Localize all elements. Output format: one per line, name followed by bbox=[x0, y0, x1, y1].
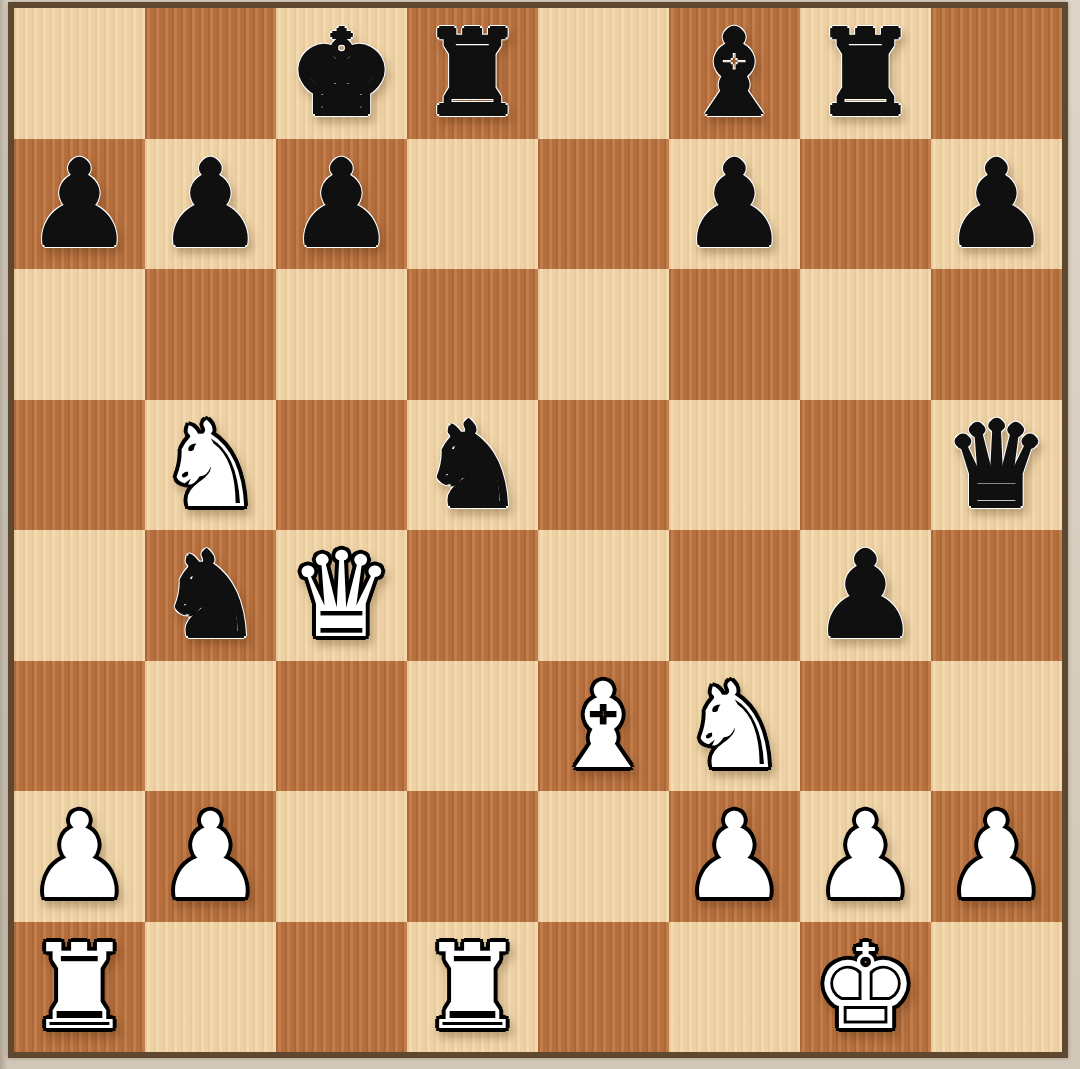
square-a5[interactable] bbox=[14, 400, 145, 531]
square-a6[interactable] bbox=[14, 269, 145, 400]
square-h5[interactable]: ♛♛ bbox=[931, 400, 1062, 531]
square-f3[interactable]: ♞♞ bbox=[669, 661, 800, 792]
white-pawn[interactable]: ♟♟ bbox=[800, 791, 931, 922]
piece-glyph-fill: ♚ bbox=[276, 8, 407, 139]
piece-glyph-fill: ♛ bbox=[931, 400, 1062, 531]
black-knight[interactable]: ♞♞ bbox=[407, 400, 538, 531]
square-a8[interactable] bbox=[14, 8, 145, 139]
square-d7[interactable] bbox=[407, 139, 538, 270]
piece-glyph-fill: ♜ bbox=[14, 922, 145, 1053]
square-h2[interactable]: ♟♟ bbox=[931, 791, 1062, 922]
square-h3[interactable] bbox=[931, 661, 1062, 792]
piece-glyph-fill: ♜ bbox=[407, 8, 538, 139]
black-bishop[interactable]: ♝♝ bbox=[669, 8, 800, 139]
black-king[interactable]: ♚♚ bbox=[276, 8, 407, 139]
board-frame: ♚♚♜♜♝♝♜♜♟♟♟♟♟♟♟♟♟♟♞♞♞♞♛♛♞♞♛♛♟♟♝♝♞♞♟♟♟♟♟♟… bbox=[8, 2, 1068, 1058]
square-e5[interactable] bbox=[538, 400, 669, 531]
white-rook[interactable]: ♜♜ bbox=[407, 922, 538, 1053]
piece-glyph-fill: ♜ bbox=[800, 8, 931, 139]
square-c6[interactable] bbox=[276, 269, 407, 400]
piece-glyph-fill: ♟ bbox=[800, 791, 931, 922]
square-c1[interactable] bbox=[276, 922, 407, 1053]
square-d6[interactable] bbox=[407, 269, 538, 400]
white-queen[interactable]: ♛♛ bbox=[276, 530, 407, 661]
square-a4[interactable] bbox=[14, 530, 145, 661]
square-c4[interactable]: ♛♛ bbox=[276, 530, 407, 661]
square-g1[interactable]: ♚♚ bbox=[800, 922, 931, 1053]
square-f7[interactable]: ♟♟ bbox=[669, 139, 800, 270]
square-d2[interactable] bbox=[407, 791, 538, 922]
square-c8[interactable]: ♚♚ bbox=[276, 8, 407, 139]
square-g3[interactable] bbox=[800, 661, 931, 792]
square-c3[interactable] bbox=[276, 661, 407, 792]
black-rook[interactable]: ♜♜ bbox=[407, 8, 538, 139]
chess-board[interactable]: ♚♚♜♜♝♝♜♜♟♟♟♟♟♟♟♟♟♟♞♞♞♞♛♛♞♞♛♛♟♟♝♝♞♞♟♟♟♟♟♟… bbox=[14, 8, 1062, 1052]
square-b2[interactable]: ♟♟ bbox=[145, 791, 276, 922]
square-f1[interactable] bbox=[669, 922, 800, 1053]
square-c7[interactable]: ♟♟ bbox=[276, 139, 407, 270]
white-pawn[interactable]: ♟♟ bbox=[145, 791, 276, 922]
piece-glyph-fill: ♟ bbox=[669, 139, 800, 270]
white-knight[interactable]: ♞♞ bbox=[669, 661, 800, 792]
square-g5[interactable] bbox=[800, 400, 931, 531]
piece-glyph-fill: ♟ bbox=[145, 791, 276, 922]
piece-glyph-fill: ♟ bbox=[931, 139, 1062, 270]
square-c2[interactable] bbox=[276, 791, 407, 922]
square-g6[interactable] bbox=[800, 269, 931, 400]
piece-glyph-fill: ♝ bbox=[669, 8, 800, 139]
square-e7[interactable] bbox=[538, 139, 669, 270]
square-b6[interactable] bbox=[145, 269, 276, 400]
black-pawn[interactable]: ♟♟ bbox=[276, 139, 407, 270]
piece-glyph-fill: ♟ bbox=[276, 139, 407, 270]
black-knight[interactable]: ♞♞ bbox=[145, 530, 276, 661]
square-f4[interactable] bbox=[669, 530, 800, 661]
square-a3[interactable] bbox=[14, 661, 145, 792]
square-d1[interactable]: ♜♜ bbox=[407, 922, 538, 1053]
piece-glyph-fill: ♞ bbox=[669, 661, 800, 792]
white-pawn[interactable]: ♟♟ bbox=[14, 791, 145, 922]
black-queen[interactable]: ♛♛ bbox=[931, 400, 1062, 531]
square-h1[interactable] bbox=[931, 922, 1062, 1053]
square-b8[interactable] bbox=[145, 8, 276, 139]
square-b7[interactable]: ♟♟ bbox=[145, 139, 276, 270]
square-d4[interactable] bbox=[407, 530, 538, 661]
square-e1[interactable] bbox=[538, 922, 669, 1053]
square-h8[interactable] bbox=[931, 8, 1062, 139]
square-f2[interactable]: ♟♟ bbox=[669, 791, 800, 922]
square-g4[interactable]: ♟♟ bbox=[800, 530, 931, 661]
white-pawn[interactable]: ♟♟ bbox=[931, 791, 1062, 922]
square-g8[interactable]: ♜♜ bbox=[800, 8, 931, 139]
square-g7[interactable] bbox=[800, 139, 931, 270]
square-f8[interactable]: ♝♝ bbox=[669, 8, 800, 139]
black-pawn[interactable]: ♟♟ bbox=[800, 530, 931, 661]
black-pawn[interactable]: ♟♟ bbox=[669, 139, 800, 270]
square-e6[interactable] bbox=[538, 269, 669, 400]
square-a1[interactable]: ♜♜ bbox=[14, 922, 145, 1053]
square-b3[interactable] bbox=[145, 661, 276, 792]
square-f6[interactable] bbox=[669, 269, 800, 400]
white-king[interactable]: ♚♚ bbox=[800, 922, 931, 1053]
piece-glyph-fill: ♟ bbox=[800, 530, 931, 661]
square-b1[interactable] bbox=[145, 922, 276, 1053]
square-g2[interactable]: ♟♟ bbox=[800, 791, 931, 922]
piece-glyph-fill: ♞ bbox=[407, 400, 538, 531]
piece-glyph-fill: ♛ bbox=[276, 530, 407, 661]
black-pawn[interactable]: ♟♟ bbox=[931, 139, 1062, 270]
square-h7[interactable]: ♟♟ bbox=[931, 139, 1062, 270]
white-knight[interactable]: ♞♞ bbox=[145, 400, 276, 531]
square-a7[interactable]: ♟♟ bbox=[14, 139, 145, 270]
black-pawn[interactable]: ♟♟ bbox=[145, 139, 276, 270]
piece-glyph-fill: ♟ bbox=[14, 139, 145, 270]
piece-glyph-fill: ♟ bbox=[145, 139, 276, 270]
white-rook[interactable]: ♜♜ bbox=[14, 922, 145, 1053]
square-e3[interactable]: ♝♝ bbox=[538, 661, 669, 792]
square-d5[interactable]: ♞♞ bbox=[407, 400, 538, 531]
white-pawn[interactable]: ♟♟ bbox=[669, 791, 800, 922]
square-f5[interactable] bbox=[669, 400, 800, 531]
square-b4[interactable]: ♞♞ bbox=[145, 530, 276, 661]
square-e8[interactable] bbox=[538, 8, 669, 139]
square-b5[interactable]: ♞♞ bbox=[145, 400, 276, 531]
piece-glyph-fill: ♞ bbox=[145, 400, 276, 531]
piece-glyph-fill: ♞ bbox=[145, 530, 276, 661]
square-c5[interactable] bbox=[276, 400, 407, 531]
piece-glyph-fill: ♝ bbox=[538, 661, 669, 792]
square-a2[interactable]: ♟♟ bbox=[14, 791, 145, 922]
square-h6[interactable] bbox=[931, 269, 1062, 400]
piece-glyph-fill: ♟ bbox=[931, 791, 1062, 922]
black-pawn[interactable]: ♟♟ bbox=[14, 139, 145, 270]
square-e2[interactable] bbox=[538, 791, 669, 922]
black-rook[interactable]: ♜♜ bbox=[800, 8, 931, 139]
piece-glyph-fill: ♜ bbox=[407, 922, 538, 1053]
piece-glyph-fill: ♟ bbox=[14, 791, 145, 922]
piece-glyph-fill: ♚ bbox=[800, 922, 931, 1053]
square-e4[interactable] bbox=[538, 530, 669, 661]
white-bishop[interactable]: ♝♝ bbox=[538, 661, 669, 792]
square-d3[interactable] bbox=[407, 661, 538, 792]
square-d8[interactable]: ♜♜ bbox=[407, 8, 538, 139]
piece-glyph-fill: ♟ bbox=[669, 791, 800, 922]
square-h4[interactable] bbox=[931, 530, 1062, 661]
